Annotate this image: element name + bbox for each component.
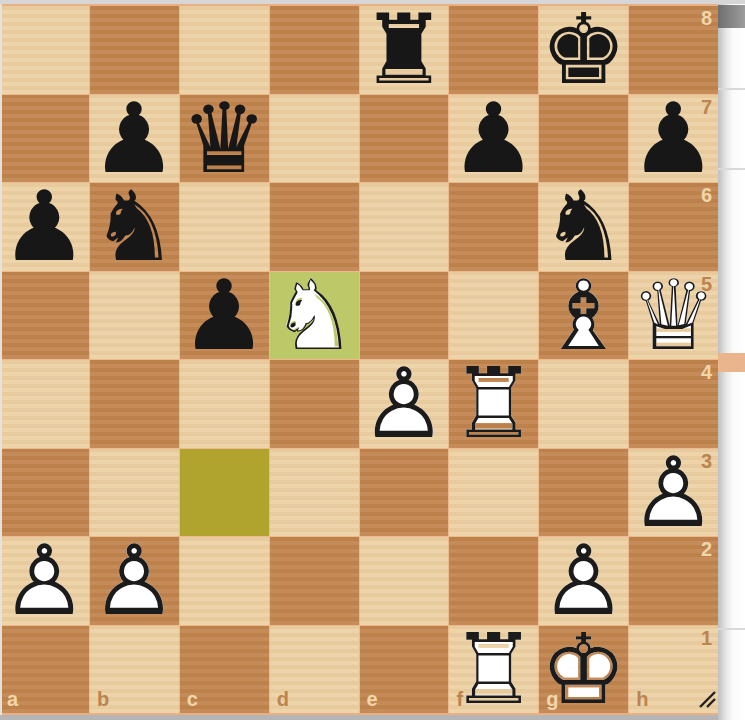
square-e2[interactable]: [360, 537, 449, 625]
square-a5[interactable]: [0, 272, 89, 360]
scrollbar-separator: [718, 628, 745, 630]
chess-board: ♜♚8♟♛♟7♟♟♞♞6♟♘♗5♕♙♖43♙♙♙♙2abcdef♖g♔h1: [0, 4, 718, 715]
file-label-d: d: [277, 688, 289, 711]
piece-black-pawn-h7[interactable]: ♟: [629, 95, 718, 183]
piece-white-pawn-g2[interactable]: ♙: [539, 537, 628, 625]
piece-white-pawn-a2[interactable]: ♙: [0, 537, 89, 625]
piece-white-king-g1[interactable]: ♔: [539, 626, 628, 714]
piece-white-queen-h5[interactable]: ♕: [629, 272, 718, 360]
square-a4[interactable]: [0, 360, 89, 448]
square-d1[interactable]: d: [270, 626, 359, 714]
square-d4[interactable]: [270, 360, 359, 448]
scrollbar-track[interactable]: [718, 0, 745, 720]
piece-black-knight-g6[interactable]: ♞: [539, 183, 628, 271]
square-f2[interactable]: [449, 537, 538, 625]
square-e6[interactable]: [360, 183, 449, 271]
piece-white-pawn-h3[interactable]: ♙: [629, 449, 718, 537]
resize-handle-icon[interactable]: [697, 689, 717, 709]
scrollbar-separator: [718, 168, 745, 170]
square-b4[interactable]: [90, 360, 179, 448]
piece-white-pawn-e4[interactable]: ♙: [360, 360, 449, 448]
square-h8[interactable]: 8: [629, 6, 718, 94]
square-b3[interactable]: [90, 449, 179, 537]
square-h6[interactable]: 6: [629, 183, 718, 271]
square-d2[interactable]: [270, 537, 359, 625]
piece-white-knight-d5[interactable]: ♘: [270, 272, 359, 360]
square-b7[interactable]: ♟: [90, 95, 179, 183]
square-b6[interactable]: ♞: [90, 183, 179, 271]
square-c3[interactable]: [180, 449, 269, 537]
square-f3[interactable]: [449, 449, 538, 537]
square-g1[interactable]: g♔: [539, 626, 628, 714]
piece-black-pawn-c5[interactable]: ♟: [180, 272, 269, 360]
piece-black-pawn-b7[interactable]: ♟: [90, 95, 179, 183]
piece-black-pawn-f7[interactable]: ♟: [449, 95, 538, 183]
square-g6[interactable]: ♞: [539, 183, 628, 271]
scrollbar-separator: [718, 88, 745, 90]
page-top-border: [0, 0, 745, 4]
square-e1[interactable]: e: [360, 626, 449, 714]
file-label-c: c: [187, 688, 198, 711]
square-d3[interactable]: [270, 449, 359, 537]
square-a6[interactable]: ♟: [0, 183, 89, 271]
square-a1[interactable]: a: [0, 626, 89, 714]
file-label-e: e: [367, 688, 378, 711]
square-h4[interactable]: 4: [629, 360, 718, 448]
square-a3[interactable]: [0, 449, 89, 537]
chess-analysis-page: ♜♚8♟♛♟7♟♟♞♞6♟♘♗5♕♙♖43♙♙♙♙2abcdef♖g♔h1: [0, 0, 745, 720]
square-d7[interactable]: [270, 95, 359, 183]
square-b8[interactable]: [90, 6, 179, 94]
square-e5[interactable]: [360, 272, 449, 360]
square-c1[interactable]: c: [180, 626, 269, 714]
piece-white-bishop-g5[interactable]: ♗: [539, 272, 628, 360]
square-c2[interactable]: [180, 537, 269, 625]
square-e3[interactable]: [360, 449, 449, 537]
square-c5[interactable]: ♟: [180, 272, 269, 360]
piece-black-king-g8[interactable]: ♚: [539, 6, 628, 94]
square-d6[interactable]: [270, 183, 359, 271]
piece-white-rook-f4[interactable]: ♖: [449, 360, 538, 448]
square-h7[interactable]: 7♟: [629, 95, 718, 183]
square-b5[interactable]: [90, 272, 179, 360]
square-g5[interactable]: ♗: [539, 272, 628, 360]
piece-white-pawn-b2[interactable]: ♙: [90, 537, 179, 625]
board-left-edge: [0, 4, 2, 715]
square-h2[interactable]: 2: [629, 537, 718, 625]
file-label-b: b: [97, 688, 109, 711]
square-h5[interactable]: 5♕: [629, 272, 718, 360]
rank-label-1: 1: [701, 627, 712, 650]
scrollbar-orange-marker: [718, 353, 745, 372]
square-e7[interactable]: [360, 95, 449, 183]
square-f5[interactable]: [449, 272, 538, 360]
square-g8[interactable]: ♚: [539, 6, 628, 94]
square-b1[interactable]: b: [90, 626, 179, 714]
file-label-a: a: [7, 688, 18, 711]
square-g2[interactable]: ♙: [539, 537, 628, 625]
piece-white-rook-f1[interactable]: ♖: [449, 626, 538, 714]
square-f8[interactable]: [449, 6, 538, 94]
piece-black-pawn-a6[interactable]: ♟: [0, 183, 89, 271]
square-h3[interactable]: 3♙: [629, 449, 718, 537]
square-a2[interactable]: ♙: [0, 537, 89, 625]
piece-black-rook-e8[interactable]: ♜: [360, 6, 449, 94]
square-c6[interactable]: [180, 183, 269, 271]
square-e8[interactable]: ♜: [360, 6, 449, 94]
square-g4[interactable]: [539, 360, 628, 448]
square-b2[interactable]: ♙: [90, 537, 179, 625]
square-d5[interactable]: ♘: [270, 272, 359, 360]
scrollbar-thumb[interactable]: [718, 5, 745, 28]
rank-label-8: 8: [701, 7, 712, 30]
square-f7[interactable]: ♟: [449, 95, 538, 183]
page-bottom-border: [0, 715, 745, 720]
square-e4[interactable]: ♙: [360, 360, 449, 448]
square-c7[interactable]: ♛: [180, 95, 269, 183]
square-f6[interactable]: [449, 183, 538, 271]
square-g7[interactable]: [539, 95, 628, 183]
square-c8[interactable]: [180, 6, 269, 94]
square-c4[interactable]: [180, 360, 269, 448]
piece-black-knight-b6[interactable]: ♞: [90, 183, 179, 271]
square-f4[interactable]: ♖: [449, 360, 538, 448]
square-g3[interactable]: [539, 449, 628, 537]
square-d8[interactable]: [270, 6, 359, 94]
file-label-h: h: [636, 688, 648, 711]
square-a7[interactable]: [0, 95, 89, 183]
square-a8[interactable]: [0, 6, 89, 94]
piece-black-queen-c7[interactable]: ♛: [180, 95, 269, 183]
square-f1[interactable]: f♖: [449, 626, 538, 714]
